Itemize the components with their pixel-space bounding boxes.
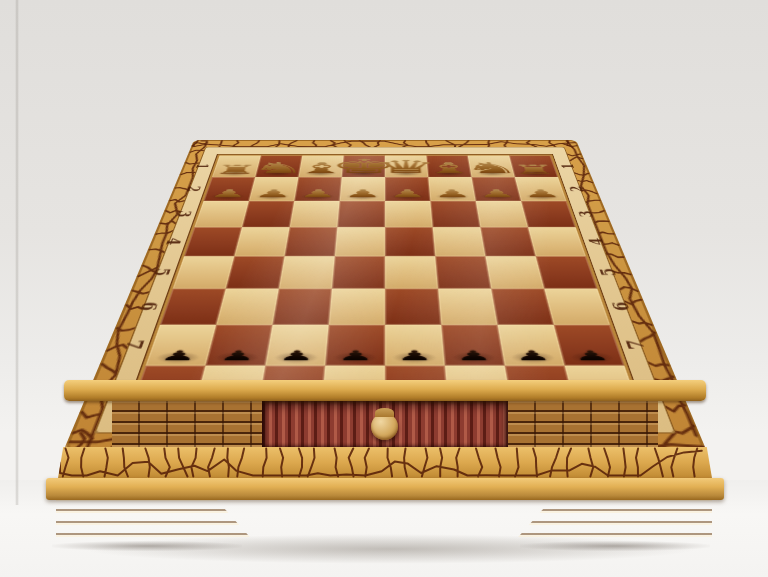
board-square[interactable] (472, 177, 522, 201)
board-square[interactable] (265, 325, 328, 366)
board-square[interactable] (194, 201, 249, 227)
board-square[interactable] (285, 227, 338, 256)
board-square[interactable] (294, 177, 341, 201)
board-square[interactable] (528, 227, 586, 256)
board-square[interactable] (272, 289, 331, 325)
board-square[interactable] (515, 177, 567, 201)
board-square[interactable] (205, 325, 272, 366)
board-square[interactable] (385, 289, 441, 325)
board-square[interactable] (337, 201, 385, 227)
board-square[interactable] (476, 201, 528, 227)
base-molding (46, 478, 724, 500)
board-square[interactable] (332, 256, 385, 288)
board-square[interactable] (491, 289, 554, 325)
board-square[interactable] (385, 177, 430, 201)
board-square[interactable] (226, 256, 285, 288)
board-square[interactable] (485, 256, 544, 288)
board-square[interactable] (385, 256, 438, 288)
board-square[interactable] (279, 256, 335, 288)
board-square[interactable] (385, 325, 445, 366)
chess-set-photo: 12345678 12345678 ♜♞♝♚♛♝♞♜♟♟♟♟♟♟♟♟♟♟♟♟♟♟… (0, 0, 768, 577)
board-square[interactable] (340, 177, 385, 201)
board-square[interactable] (329, 289, 385, 325)
board-square[interactable] (173, 256, 235, 288)
board-square[interactable] (433, 227, 486, 256)
board-squares (129, 156, 640, 412)
board-square[interactable] (249, 177, 299, 201)
board-square[interactable] (335, 227, 385, 256)
board-square[interactable] (325, 325, 385, 366)
crackle-rail (58, 447, 712, 478)
wall-corner-line (15, 0, 19, 505)
board-front-edge (64, 380, 706, 401)
board-square[interactable] (204, 177, 256, 201)
board-square[interactable] (428, 177, 475, 201)
board-square[interactable] (521, 201, 576, 227)
board-square[interactable] (216, 289, 279, 325)
board-square[interactable] (242, 201, 294, 227)
board-square[interactable] (480, 227, 535, 256)
board-square[interactable] (234, 227, 289, 256)
board-square[interactable] (430, 201, 480, 227)
cabinet-front (112, 401, 658, 447)
drawer-knob[interactable] (371, 413, 398, 440)
brick-carving-right (508, 401, 658, 447)
board-square[interactable] (184, 227, 242, 256)
board-square[interactable] (290, 201, 340, 227)
brick-carving-left (112, 401, 262, 447)
board-square[interactable] (385, 201, 433, 227)
board-square[interactable] (438, 289, 497, 325)
crackle-burn-rail (58, 447, 712, 478)
storage-drawer[interactable] (262, 401, 508, 447)
board-square[interactable] (435, 256, 491, 288)
board-square[interactable] (385, 227, 435, 256)
board-square[interactable] (441, 325, 504, 366)
board-square[interactable] (160, 289, 226, 325)
